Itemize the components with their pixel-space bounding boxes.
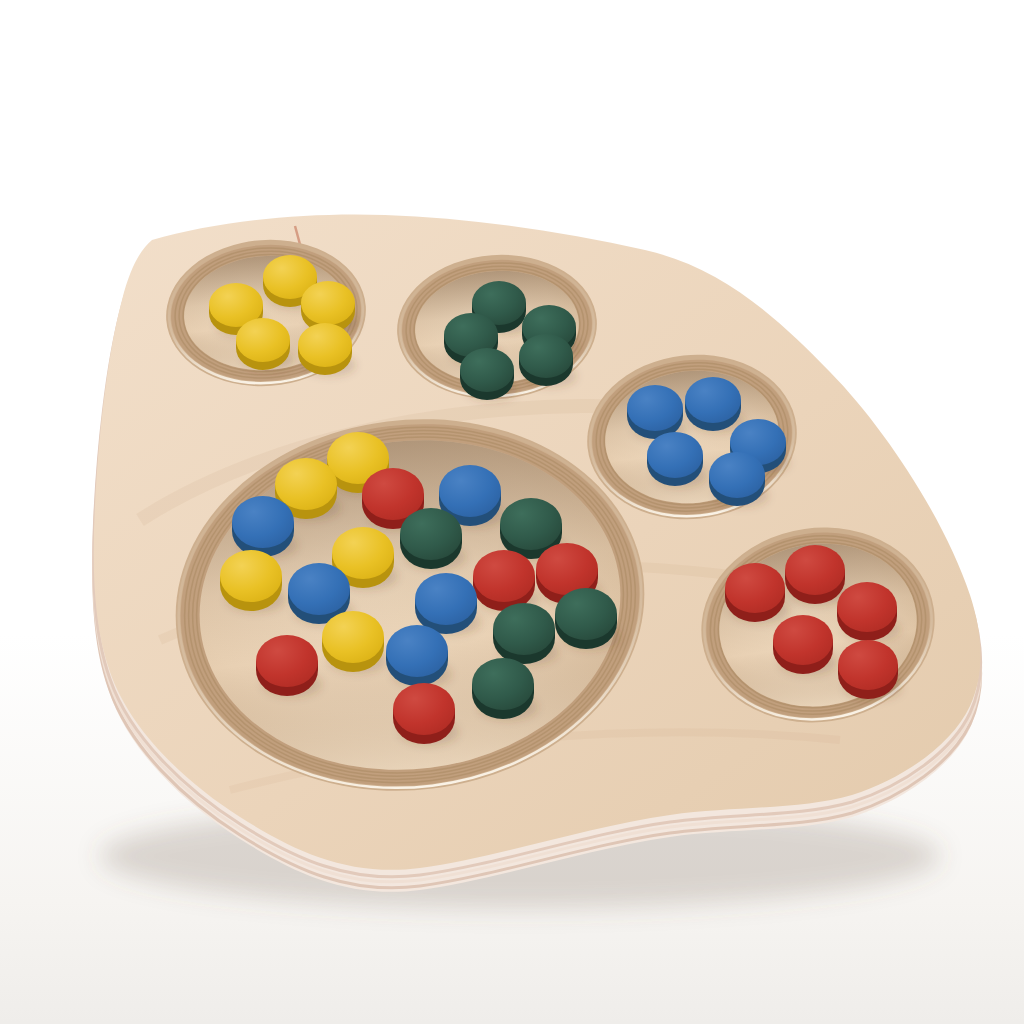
product-photo-scene [0, 0, 1024, 1024]
game-board [0, 0, 1024, 1024]
